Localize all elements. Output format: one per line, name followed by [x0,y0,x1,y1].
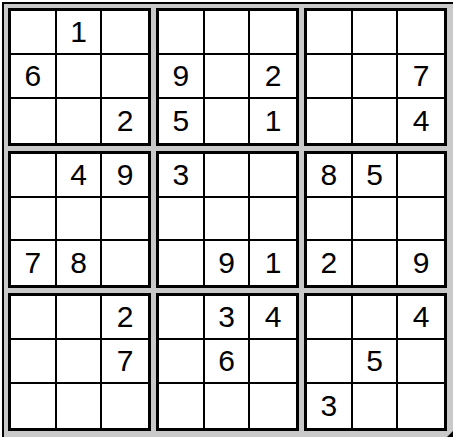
cell-r6c9[interactable]: 9 [398,241,444,285]
cell-r2c8[interactable] [353,55,399,99]
cell-r7c6[interactable]: 4 [250,296,296,340]
cell-r6c1[interactable]: 7 [11,241,57,285]
cell-r6c2[interactable]: 8 [57,241,103,285]
cell-r8c3[interactable]: 7 [102,340,148,384]
box-3-2: 346 [156,293,299,431]
box-1-2: 9251 [156,8,299,146]
cell-r3c1[interactable] [11,99,57,143]
cell-r9c5[interactable] [205,384,251,428]
cell-r8c9[interactable] [398,340,444,384]
cell-r9c4[interactable] [159,384,205,428]
cell-r3c8[interactable] [353,99,399,143]
cell-r1c4[interactable] [159,11,205,55]
cell-r1c8[interactable] [353,11,399,55]
cell-r4c6[interactable] [250,154,296,198]
cell-r9c8[interactable] [353,384,399,428]
cell-r1c2[interactable]: 1 [57,11,103,55]
cell-r9c9[interactable] [398,384,444,428]
cell-r3c4[interactable]: 5 [159,99,205,143]
cell-r4c1[interactable] [11,154,57,198]
cell-r5c1[interactable] [11,198,57,242]
cell-r3c2[interactable] [57,99,103,143]
cell-r1c1[interactable] [11,11,57,55]
sudoku-grid: 1629251744978391852927346453 [2,2,453,437]
cell-r2c7[interactable] [307,55,353,99]
cell-r3c9[interactable]: 4 [398,99,444,143]
cell-r6c5[interactable]: 9 [205,241,251,285]
cell-r5c6[interactable] [250,198,296,242]
cell-r6c4[interactable] [159,241,205,285]
box-3-3: 453 [304,293,447,431]
cell-r3c3[interactable]: 2 [102,99,148,143]
cell-r8c8[interactable]: 5 [353,340,399,384]
cell-r8c4[interactable] [159,340,205,384]
box-2-2: 391 [156,151,299,289]
cell-r5c8[interactable] [353,198,399,242]
box-1-3: 74 [304,8,447,146]
cell-r7c5[interactable]: 3 [205,296,251,340]
box-2-1: 4978 [8,151,151,289]
cell-r2c1[interactable]: 6 [11,55,57,99]
cell-r5c7[interactable] [307,198,353,242]
cell-r3c5[interactable] [205,99,251,143]
cell-r6c6[interactable]: 1 [250,241,296,285]
cell-r9c3[interactable] [102,384,148,428]
cell-r7c1[interactable] [11,296,57,340]
cell-r5c2[interactable] [57,198,103,242]
cell-r7c8[interactable] [353,296,399,340]
cell-r1c3[interactable] [102,11,148,55]
cell-r7c4[interactable] [159,296,205,340]
cell-r1c6[interactable] [250,11,296,55]
cell-r2c5[interactable] [205,55,251,99]
box-2-3: 8529 [304,151,447,289]
cell-r9c1[interactable] [11,384,57,428]
cell-r2c4[interactable]: 9 [159,55,205,99]
cell-r7c7[interactable] [307,296,353,340]
cell-r5c5[interactable] [205,198,251,242]
cell-r6c7[interactable]: 2 [307,241,353,285]
cell-r8c2[interactable] [57,340,103,384]
cell-r6c3[interactable] [102,241,148,285]
box-1-1: 162 [8,8,151,146]
cell-r2c9[interactable]: 7 [398,55,444,99]
cell-r6c8[interactable] [353,241,399,285]
cell-r1c9[interactable] [398,11,444,55]
cell-r4c2[interactable]: 4 [57,154,103,198]
cell-r1c7[interactable] [307,11,353,55]
cell-r4c8[interactable]: 5 [353,154,399,198]
cell-r8c5[interactable]: 6 [205,340,251,384]
cell-r5c3[interactable] [102,198,148,242]
cell-r5c4[interactable] [159,198,205,242]
cell-r2c2[interactable] [57,55,103,99]
cell-r7c2[interactable] [57,296,103,340]
cell-r3c7[interactable] [307,99,353,143]
cell-r8c7[interactable] [307,340,353,384]
cell-r8c6[interactable] [250,340,296,384]
cell-r5c9[interactable] [398,198,444,242]
cell-r4c7[interactable]: 8 [307,154,353,198]
cell-r8c1[interactable] [11,340,57,384]
cell-r4c5[interactable] [205,154,251,198]
cell-r2c3[interactable] [102,55,148,99]
cell-r9c7[interactable]: 3 [307,384,353,428]
cell-r4c4[interactable]: 3 [159,154,205,198]
cell-r7c3[interactable]: 2 [102,296,148,340]
cell-r2c6[interactable]: 2 [250,55,296,99]
cell-r4c3[interactable]: 9 [102,154,148,198]
sudoku-board: 1629251744978391852927346453 [0,0,453,437]
cell-r4c9[interactable] [398,154,444,198]
cell-r7c9[interactable]: 4 [398,296,444,340]
cell-r9c2[interactable] [57,384,103,428]
cell-r9c6[interactable] [250,384,296,428]
box-3-1: 27 [8,293,151,431]
cell-r3c6[interactable]: 1 [250,99,296,143]
cell-r1c5[interactable] [205,11,251,55]
